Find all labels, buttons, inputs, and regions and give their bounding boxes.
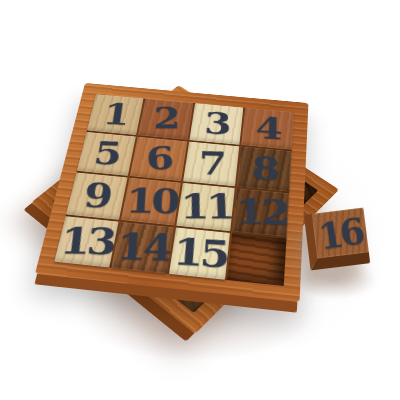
tile-number: 2: [154, 104, 178, 133]
puzzle-tile-5[interactable]: 5: [77, 132, 136, 176]
tile-number: 13: [58, 223, 114, 260]
tile-number: 10: [125, 184, 178, 219]
tile-number: 14: [115, 228, 171, 266]
puzzle-tile-7[interactable]: 7: [183, 142, 239, 187]
puzzle-tile-11[interactable]: 11: [176, 183, 234, 231]
tile-number: 9: [82, 179, 111, 213]
tile-number: 7: [199, 148, 224, 180]
tile-number-16: 16: [316, 212, 364, 254]
tile-number: 4: [255, 113, 280, 144]
empty-slot: [227, 233, 286, 286]
puzzle-tile-10[interactable]: 10: [121, 178, 181, 226]
tile-number: 8: [252, 152, 277, 185]
puzzle-tile-14[interactable]: 14: [111, 222, 174, 274]
loose-tile-16[interactable]: 16: [304, 208, 370, 271]
puzzle-tray: 123456789101112131415: [35, 83, 308, 302]
tile-number: 3: [204, 109, 229, 139]
tile-number: 12: [235, 194, 287, 231]
puzzle-tile-13[interactable]: 13: [54, 216, 118, 267]
puzzle-tile-8[interactable]: 8: [237, 146, 292, 191]
fifteen-puzzle-photo: 123456789101112131415 16: [0, 0, 400, 400]
tile-number: 1: [102, 99, 130, 129]
puzzle-tile-4[interactable]: 4: [241, 108, 294, 150]
puzzle-tile-2[interactable]: 2: [138, 99, 193, 140]
tile-number: 15: [172, 233, 228, 273]
puzzle-grid: 123456789101112131415: [54, 94, 294, 286]
tile-number: 5: [92, 138, 121, 170]
puzzle-tile-15[interactable]: 15: [169, 227, 230, 279]
puzzle-tile-9[interactable]: 9: [66, 172, 127, 219]
puzzle-tile-12[interactable]: 12: [232, 188, 289, 237]
tile-number: 6: [147, 143, 172, 175]
tile-number: 11: [180, 190, 232, 224]
puzzle-tile-3[interactable]: 3: [189, 103, 243, 145]
puzzle-tile-6[interactable]: 6: [130, 137, 187, 181]
puzzle-tile-1[interactable]: 1: [87, 94, 143, 135]
